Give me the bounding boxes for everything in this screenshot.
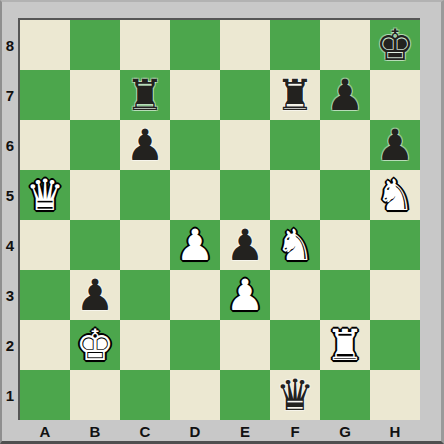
- square-h6[interactable]: ♟: [370, 120, 420, 170]
- square-f8[interactable]: [270, 20, 320, 70]
- file-label-h: H: [370, 420, 420, 443]
- file-label-c: C: [120, 420, 170, 443]
- square-e7[interactable]: [220, 70, 270, 120]
- square-e8[interactable]: [220, 20, 270, 70]
- white-knight-icon[interactable]: ♞: [276, 220, 315, 270]
- square-c7[interactable]: ♜: [120, 70, 170, 120]
- file-label-d: D: [170, 420, 220, 443]
- square-a7[interactable]: [20, 70, 70, 120]
- square-c6[interactable]: ♟: [120, 120, 170, 170]
- square-g6[interactable]: [320, 120, 370, 170]
- square-a8[interactable]: [20, 20, 70, 70]
- white-pawn-icon[interactable]: ♟: [226, 270, 265, 320]
- square-d2[interactable]: [170, 320, 220, 370]
- square-f6[interactable]: [270, 120, 320, 170]
- square-g5[interactable]: [320, 170, 370, 220]
- square-d7[interactable]: [170, 70, 220, 120]
- square-a6[interactable]: [20, 120, 70, 170]
- chess-board[interactable]: ♚♜♜♟♟♟♛♞♟♟♞♟♟♚♜♛: [18, 18, 420, 420]
- square-c5[interactable]: [120, 170, 170, 220]
- square-f4[interactable]: ♞: [270, 220, 320, 270]
- square-c4[interactable]: [120, 220, 170, 270]
- rank-label-7: 7: [2, 70, 18, 120]
- square-d5[interactable]: [170, 170, 220, 220]
- square-b4[interactable]: [70, 220, 120, 270]
- square-c3[interactable]: [120, 270, 170, 320]
- square-f3[interactable]: [270, 270, 320, 320]
- square-e6[interactable]: [220, 120, 270, 170]
- square-d1[interactable]: [170, 370, 220, 420]
- rank-label-1: 1: [2, 370, 18, 420]
- square-b3[interactable]: ♟: [70, 270, 120, 320]
- square-f7[interactable]: ♜: [270, 70, 320, 120]
- white-pawn-icon[interactable]: ♟: [176, 220, 215, 270]
- square-g2[interactable]: ♜: [320, 320, 370, 370]
- square-h2[interactable]: [370, 320, 420, 370]
- square-a2[interactable]: [20, 320, 70, 370]
- file-label-a: A: [20, 420, 70, 443]
- square-b5[interactable]: [70, 170, 120, 220]
- square-d4[interactable]: ♟: [170, 220, 220, 270]
- square-e3[interactable]: ♟: [220, 270, 270, 320]
- square-g4[interactable]: [320, 220, 370, 270]
- black-rook-icon[interactable]: ♜: [126, 70, 165, 120]
- square-a3[interactable]: [20, 270, 70, 320]
- black-king-icon[interactable]: ♚: [376, 20, 415, 70]
- square-d3[interactable]: [170, 270, 220, 320]
- square-b8[interactable]: [70, 20, 120, 70]
- square-e5[interactable]: [220, 170, 270, 220]
- white-queen-icon[interactable]: ♛: [26, 170, 65, 220]
- square-g7[interactable]: ♟: [320, 70, 370, 120]
- square-h3[interactable]: [370, 270, 420, 320]
- rank-label-3: 3: [2, 270, 18, 320]
- black-queen-icon[interactable]: ♛: [276, 370, 315, 420]
- black-pawn-icon[interactable]: ♟: [226, 220, 265, 270]
- black-pawn-icon[interactable]: ♟: [326, 70, 365, 120]
- square-b2[interactable]: ♚: [70, 320, 120, 370]
- white-knight-icon[interactable]: ♞: [376, 170, 415, 220]
- file-label-e: E: [220, 420, 270, 443]
- file-label-f: F: [270, 420, 320, 443]
- rank-label-2: 2: [2, 320, 18, 370]
- square-b6[interactable]: [70, 120, 120, 170]
- rank-labels: 87654321: [2, 20, 18, 420]
- square-b7[interactable]: [70, 70, 120, 120]
- square-h4[interactable]: [370, 220, 420, 270]
- black-rook-icon[interactable]: ♜: [276, 70, 315, 120]
- square-h8[interactable]: ♚: [370, 20, 420, 70]
- white-king-icon[interactable]: ♚: [76, 320, 115, 370]
- square-h7[interactable]: [370, 70, 420, 120]
- square-g1[interactable]: [320, 370, 370, 420]
- square-g3[interactable]: [320, 270, 370, 320]
- rank-label-6: 6: [2, 120, 18, 170]
- rank-label-5: 5: [2, 170, 18, 220]
- black-pawn-icon[interactable]: ♟: [376, 120, 415, 170]
- square-d8[interactable]: [170, 20, 220, 70]
- rank-label-4: 4: [2, 220, 18, 270]
- square-e4[interactable]: ♟: [220, 220, 270, 270]
- white-rook-icon[interactable]: ♜: [326, 320, 365, 370]
- square-f5[interactable]: [270, 170, 320, 220]
- file-labels: ABCDEFGH: [20, 420, 420, 443]
- chess-diagram: 87654321 ♚♜♜♟♟♟♛♞♟♟♞♟♟♚♜♛ ABCDEFGH: [0, 0, 444, 444]
- black-pawn-icon[interactable]: ♟: [76, 270, 115, 320]
- square-c2[interactable]: [120, 320, 170, 370]
- square-h5[interactable]: ♞: [370, 170, 420, 220]
- square-a5[interactable]: ♛: [20, 170, 70, 220]
- black-pawn-icon[interactable]: ♟: [126, 120, 165, 170]
- square-a4[interactable]: [20, 220, 70, 270]
- square-c8[interactable]: [120, 20, 170, 70]
- square-e2[interactable]: [220, 320, 270, 370]
- square-f1[interactable]: ♛: [270, 370, 320, 420]
- rank-label-8: 8: [2, 20, 18, 70]
- file-label-g: G: [320, 420, 370, 443]
- square-c1[interactable]: [120, 370, 170, 420]
- square-g8[interactable]: [320, 20, 370, 70]
- square-e1[interactable]: [220, 370, 270, 420]
- square-f2[interactable]: [270, 320, 320, 370]
- square-d6[interactable]: [170, 120, 220, 170]
- square-h1[interactable]: [370, 370, 420, 420]
- square-a1[interactable]: [20, 370, 70, 420]
- file-label-b: B: [70, 420, 120, 443]
- square-b1[interactable]: [70, 370, 120, 420]
